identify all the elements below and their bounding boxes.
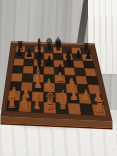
square-f6 — [63, 60, 74, 68]
square-f1 — [68, 103, 82, 115]
square-e6 — [54, 60, 65, 68]
square-f2 — [67, 93, 80, 104]
square-f8 — [62, 47, 72, 54]
square-d8 — [44, 47, 53, 53]
square-b7 — [24, 52, 34, 59]
square-b2 — [20, 91, 33, 102]
square-g6 — [73, 61, 84, 69]
square-b3 — [21, 82, 33, 92]
square-e3 — [55, 83, 67, 93]
square-c8 — [34, 47, 44, 53]
square-a7 — [15, 52, 26, 59]
square-b4 — [22, 74, 33, 83]
square-f5 — [64, 67, 75, 75]
square-h5 — [85, 68, 97, 76]
square-g2 — [78, 94, 92, 105]
square-b6 — [24, 59, 35, 66]
square-e2 — [55, 93, 67, 104]
square-f4 — [65, 75, 77, 84]
square-f3 — [66, 84, 78, 94]
square-h3 — [88, 85, 101, 95]
square-a5 — [12, 66, 23, 74]
square-c7 — [34, 53, 44, 60]
square-h8 — [80, 48, 91, 55]
square-d2 — [44, 92, 56, 103]
square-a2 — [8, 90, 21, 100]
square-h7 — [82, 54, 93, 61]
square-c3 — [32, 82, 44, 92]
square-a4 — [11, 73, 23, 82]
square-h4 — [86, 76, 99, 85]
square-a8 — [16, 46, 26, 52]
square-e5 — [54, 67, 65, 75]
square-g1 — [80, 104, 94, 116]
square-d7 — [44, 53, 54, 60]
square-e1 — [56, 103, 69, 115]
square-e8 — [53, 47, 63, 54]
square-c1 — [31, 101, 44, 113]
square-g3 — [77, 84, 90, 94]
square-g8 — [71, 48, 81, 55]
square-c6 — [34, 59, 44, 66]
square-d5 — [44, 67, 55, 75]
square-g4 — [76, 76, 88, 85]
square-c5 — [33, 66, 44, 74]
square-d4 — [44, 74, 55, 83]
square-e7 — [53, 53, 63, 60]
square-c4 — [33, 74, 44, 83]
square-e4 — [54, 75, 65, 84]
square-c2 — [32, 91, 44, 102]
square-d1 — [44, 102, 57, 114]
photo-scene: ♜♝♛♚♜♟♟♟♟♟♟♞♟♞♝♟♝♟♟♟♞♟♟♟♟♟♜♞♝♛♚♜ — [0, 0, 117, 156]
square-b1 — [19, 101, 32, 113]
square-d6 — [44, 60, 54, 68]
square-g7 — [72, 54, 83, 61]
square-a1 — [6, 100, 20, 111]
square-a6 — [13, 59, 24, 66]
square-d3 — [44, 83, 56, 93]
square-g5 — [74, 68, 86, 76]
square-b8 — [25, 46, 35, 52]
square-a3 — [9, 82, 21, 91]
square-b5 — [23, 66, 34, 74]
square-h6 — [83, 61, 95, 69]
chess-board — [0, 0, 117, 156]
square-f7 — [63, 54, 73, 61]
